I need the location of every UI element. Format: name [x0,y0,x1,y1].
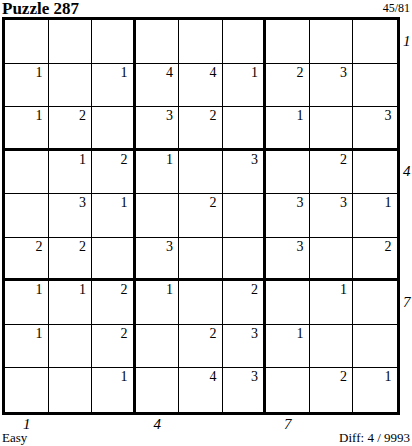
cell-r9c8[interactable]: 2 [310,368,354,412]
cell-r5c3[interactable]: 1 [92,194,136,238]
cell-r9c6[interactable]: 3 [223,368,267,412]
cell-clue: 3 [166,240,173,254]
cell-clue: 4 [210,66,217,80]
cell-clue: 3 [297,196,304,210]
cell-r8c5[interactable]: 2 [179,325,223,369]
cell-clue: 1 [251,66,258,80]
row-label-7: 7 [403,295,411,310]
cell-r2c8[interactable]: 3 [310,64,354,108]
cell-r6c9[interactable]: 2 [353,238,397,282]
cell-r8c8[interactable] [310,325,354,369]
cell-r8c1[interactable]: 1 [5,325,49,369]
cell-r3c2[interactable]: 2 [49,107,93,151]
cell-r5c5[interactable]: 2 [179,194,223,238]
cell-r2c6[interactable]: 1 [223,64,267,108]
cell-r9c7[interactable] [266,368,310,412]
cell-r6c8[interactable] [310,238,354,282]
cell-r4c1[interactable] [5,151,49,195]
puzzle-board: 1144123123213121323123312233211212112231… [2,17,400,415]
cell-clue: 1 [36,283,43,297]
cell-r2c1[interactable]: 1 [5,64,49,108]
cell-r3c3[interactable] [92,107,136,151]
cell-r8c4[interactable] [136,325,180,369]
cell-clue: 2 [297,66,304,80]
cell-clue: 2 [340,153,347,167]
cell-clue: 1 [166,283,173,297]
cell-clue: 2 [79,240,86,254]
cell-clue: 4 [210,370,217,384]
cell-clue: 2 [251,283,258,297]
cell-r4c7[interactable] [266,151,310,195]
cell-r7c2[interactable]: 1 [49,281,93,325]
cell-r3c6[interactable] [223,107,267,151]
cell-r4c9[interactable] [353,151,397,195]
cell-clue: 1 [79,283,86,297]
cell-r1c3[interactable] [92,20,136,64]
cell-r6c4[interactable]: 3 [136,238,180,282]
cell-clue: 2 [121,153,128,167]
cell-clue: 2 [385,240,392,254]
cell-r2c9[interactable] [353,64,397,108]
cell-r9c3[interactable]: 1 [92,368,136,412]
cell-r1c1[interactable] [5,20,49,64]
cell-clue: 1 [297,109,304,123]
cell-r5c2[interactable]: 3 [49,194,93,238]
cell-r8c3[interactable]: 2 [92,325,136,369]
col-label-4: 4 [154,417,162,432]
cell-clue: 2 [121,327,128,341]
cell-r4c8[interactable]: 2 [310,151,354,195]
cell-clue: 1 [36,66,43,80]
cell-r4c6[interactable]: 3 [223,151,267,195]
cell-r7c8[interactable]: 1 [310,281,354,325]
cell-clue: 1 [121,196,128,210]
cell-r1c7[interactable] [266,20,310,64]
cell-r6c2[interactable]: 2 [49,238,93,282]
cell-r2c2[interactable] [49,64,93,108]
cell-clue: 1 [385,370,392,384]
row-label-1: 1 [403,34,411,49]
difficulty-label: Easy [2,430,27,446]
cell-clue: 3 [79,196,86,210]
puzzle-page: { "game": "9x9 corner-clue logic puzzle … [0,0,412,446]
cell-clue: 3 [385,109,392,123]
cell-r3c8[interactable] [310,107,354,151]
cell-r8c6[interactable]: 3 [223,325,267,369]
cell-r5c9[interactable]: 1 [353,194,397,238]
cell-clue: 1 [36,327,43,341]
cell-r8c7[interactable]: 1 [266,325,310,369]
cell-clue: 3 [251,153,258,167]
cell-clue: 1 [297,327,304,341]
cell-clue: 1 [121,370,128,384]
cell-clue: 2 [79,109,86,123]
cell-r9c2[interactable] [49,368,93,412]
cell-r4c5[interactable] [179,151,223,195]
cell-r6c7[interactable]: 3 [266,238,310,282]
cell-r6c3[interactable] [92,238,136,282]
cell-clue: 3 [297,240,304,254]
cell-r7c1[interactable]: 1 [5,281,49,325]
cell-r5c4[interactable] [136,194,180,238]
cell-clue: 3 [340,196,347,210]
cell-r8c9[interactable] [353,325,397,369]
cell-clue: 1 [36,109,43,123]
cell-r4c3[interactable]: 2 [92,151,136,195]
cell-r1c8[interactable] [310,20,354,64]
cell-clue: 1 [121,66,128,80]
cell-clue: 2 [36,240,43,254]
cell-clue: 1 [79,153,86,167]
cell-r1c5[interactable] [179,20,223,64]
cell-r9c5[interactable]: 4 [179,368,223,412]
cell-r6c1[interactable]: 2 [5,238,49,282]
cell-r7c5[interactable] [179,281,223,325]
cell-clue: 4 [166,66,173,80]
cell-r4c2[interactable]: 1 [49,151,93,195]
cell-r6c6[interactable] [223,238,267,282]
cell-r7c6[interactable]: 2 [223,281,267,325]
cell-clue: 3 [340,66,347,80]
cell-r3c7[interactable]: 1 [266,107,310,151]
cell-clue: 3 [251,370,258,384]
cell-r2c4[interactable]: 4 [136,64,180,108]
cell-r1c6[interactable] [223,20,267,64]
clue-count: 45/81 [383,1,410,16]
cell-clue: 3 [166,109,173,123]
cell-clue: 1 [385,196,392,210]
cell-r7c9[interactable] [353,281,397,325]
cell-r7c4[interactable]: 1 [136,281,180,325]
cell-r6c5[interactable] [179,238,223,282]
cell-r7c7[interactable] [266,281,310,325]
cell-r7c3[interactable]: 2 [92,281,136,325]
row-label-4: 4 [403,164,411,179]
cell-r2c3[interactable]: 1 [92,64,136,108]
cell-r3c5[interactable]: 2 [179,107,223,151]
cell-clue: 1 [166,153,173,167]
cell-clue: 3 [251,327,258,341]
cell-r4c4[interactable]: 1 [136,151,180,195]
cell-clue: 2 [210,327,217,341]
cell-r3c1[interactable]: 1 [5,107,49,151]
cell-clue: 2 [121,283,128,297]
cell-r5c1[interactable] [5,194,49,238]
cell-r2c5[interactable]: 4 [179,64,223,108]
cell-r3c9[interactable]: 3 [353,107,397,151]
cell-clue: 2 [340,370,347,384]
cell-r1c9[interactable] [353,20,397,64]
cell-r5c6[interactable] [223,194,267,238]
cell-r1c4[interactable] [136,20,180,64]
cell-r9c9[interactable]: 1 [353,368,397,412]
cell-clue: 1 [340,283,347,297]
cell-r9c4[interactable] [136,368,180,412]
cell-r3c4[interactable]: 3 [136,107,180,151]
cell-r1c2[interactable] [49,20,93,64]
cell-r5c7[interactable]: 3 [266,194,310,238]
cell-r8c2[interactable] [49,325,93,369]
cell-clue: 2 [210,196,217,210]
cell-clue: 2 [210,109,217,123]
col-label-7: 7 [284,417,292,432]
difficulty-score: Diff: 4 / 9993 [339,430,410,446]
cell-r2c7[interactable]: 2 [266,64,310,108]
cell-r5c8[interactable]: 3 [310,194,354,238]
cell-r9c1[interactable] [5,368,49,412]
